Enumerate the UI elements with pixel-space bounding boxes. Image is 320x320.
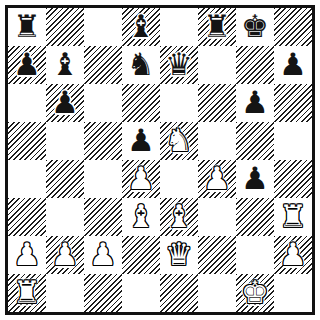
square-c7 (84, 46, 122, 84)
square-g8: ♚ (236, 8, 274, 46)
square-h5 (274, 122, 312, 160)
square-f5 (198, 122, 236, 160)
black-queen: ♛ (165, 46, 193, 83)
square-g7 (236, 46, 274, 84)
square-g5 (236, 122, 274, 160)
square-f3 (198, 198, 236, 236)
square-d1 (122, 274, 160, 312)
white-queen: ♛ (165, 236, 193, 273)
square-c6 (84, 84, 122, 122)
square-e4 (160, 160, 198, 198)
square-g4: ♟ (236, 160, 274, 198)
square-f2 (198, 236, 236, 274)
square-f7 (198, 46, 236, 84)
square-e6 (160, 84, 198, 122)
black-pawn: ♟ (241, 160, 269, 197)
black-pawn: ♟ (279, 46, 307, 83)
square-a2: ♟ (8, 236, 46, 274)
square-a4 (8, 160, 46, 198)
square-f4: ♟ (198, 160, 236, 198)
square-c2: ♟ (84, 236, 122, 274)
square-d4: ♟ (122, 160, 160, 198)
white-pawn: ♟ (279, 236, 307, 273)
square-b2: ♟ (46, 236, 84, 274)
black-knight: ♞ (127, 46, 155, 83)
square-d8: ♝ (122, 8, 160, 46)
square-c4 (84, 160, 122, 198)
square-d2 (122, 236, 160, 274)
square-b5 (46, 122, 84, 160)
square-a1: ♜ (8, 274, 46, 312)
square-h6 (274, 84, 312, 122)
square-d5: ♟ (122, 122, 160, 160)
square-b3 (46, 198, 84, 236)
square-f8: ♜ (198, 8, 236, 46)
chess-board-frame: ♜♝♜♚♟♝♞♛♟♟♟♟♞♟♟♟♝♝♜♟♟♟♛♟♜♚ (5, 5, 315, 315)
square-h3: ♜ (274, 198, 312, 236)
square-a8: ♜ (8, 8, 46, 46)
white-knight: ♞ (165, 122, 193, 159)
square-f1 (198, 274, 236, 312)
black-pawn: ♟ (51, 84, 79, 121)
square-h1 (274, 274, 312, 312)
diagram-page: ♜♝♜♚♟♝♞♛♟♟♟♟♞♟♟♟♝♝♜♟♟♟♛♟♜♚ (0, 0, 320, 320)
white-pawn: ♟ (127, 160, 155, 197)
white-king: ♚ (241, 274, 269, 311)
black-bishop: ♝ (127, 8, 155, 45)
white-pawn: ♟ (13, 236, 41, 273)
white-pawn: ♟ (89, 236, 117, 273)
square-e7: ♛ (160, 46, 198, 84)
black-bishop: ♝ (51, 46, 79, 83)
square-f6 (198, 84, 236, 122)
square-g3 (236, 198, 274, 236)
square-e5: ♞ (160, 122, 198, 160)
black-pawn: ♟ (127, 122, 155, 159)
white-pawn: ♟ (203, 160, 231, 197)
square-b6: ♟ (46, 84, 84, 122)
square-g6: ♟ (236, 84, 274, 122)
white-bishop: ♝ (165, 198, 193, 235)
square-b1 (46, 274, 84, 312)
square-a3 (8, 198, 46, 236)
square-b7: ♝ (46, 46, 84, 84)
square-h7: ♟ (274, 46, 312, 84)
square-c5 (84, 122, 122, 160)
white-rook: ♜ (279, 198, 307, 235)
white-bishop: ♝ (127, 198, 155, 235)
square-h8 (274, 8, 312, 46)
square-c1 (84, 274, 122, 312)
black-rook: ♜ (13, 8, 41, 45)
square-e3: ♝ (160, 198, 198, 236)
square-c8 (84, 8, 122, 46)
square-g1: ♚ (236, 274, 274, 312)
square-h4 (274, 160, 312, 198)
square-a6 (8, 84, 46, 122)
square-d6 (122, 84, 160, 122)
square-c3 (84, 198, 122, 236)
square-a5 (8, 122, 46, 160)
chess-board: ♜♝♜♚♟♝♞♛♟♟♟♟♞♟♟♟♝♝♜♟♟♟♛♟♜♚ (8, 8, 312, 312)
black-pawn: ♟ (241, 84, 269, 121)
square-d7: ♞ (122, 46, 160, 84)
square-g2 (236, 236, 274, 274)
square-e8 (160, 8, 198, 46)
square-e2: ♛ (160, 236, 198, 274)
square-a7: ♟ (8, 46, 46, 84)
black-rook: ♜ (203, 8, 231, 45)
square-d3: ♝ (122, 198, 160, 236)
square-h2: ♟ (274, 236, 312, 274)
black-pawn: ♟ (13, 46, 41, 83)
white-rook: ♜ (13, 274, 41, 311)
square-e1 (160, 274, 198, 312)
black-king: ♚ (241, 8, 269, 45)
white-pawn: ♟ (51, 236, 79, 273)
square-b4 (46, 160, 84, 198)
square-b8 (46, 8, 84, 46)
